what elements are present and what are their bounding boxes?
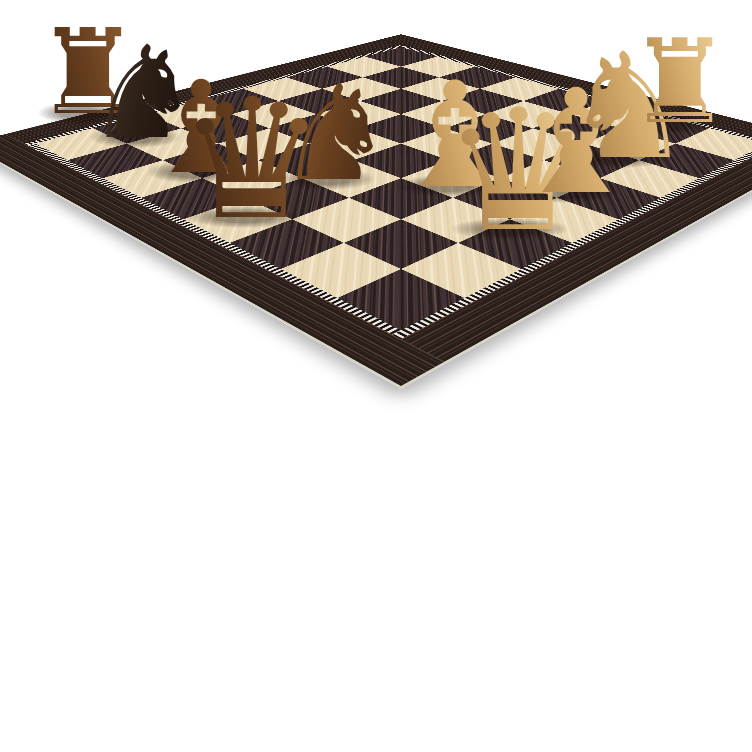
piece-light-rook-f1: ♜ [628, 24, 732, 140]
piece-dark-knight-b3: ♞ [276, 67, 394, 199]
scene: ♜ ♞ ♝ ♛ ♞ ♝ ♛ ♝ ♞ ♜ [0, 0, 752, 752]
pieces-layer: ♜ ♞ ♝ ♛ ♞ ♝ ♛ ♝ ♞ ♜ [0, 0, 752, 752]
